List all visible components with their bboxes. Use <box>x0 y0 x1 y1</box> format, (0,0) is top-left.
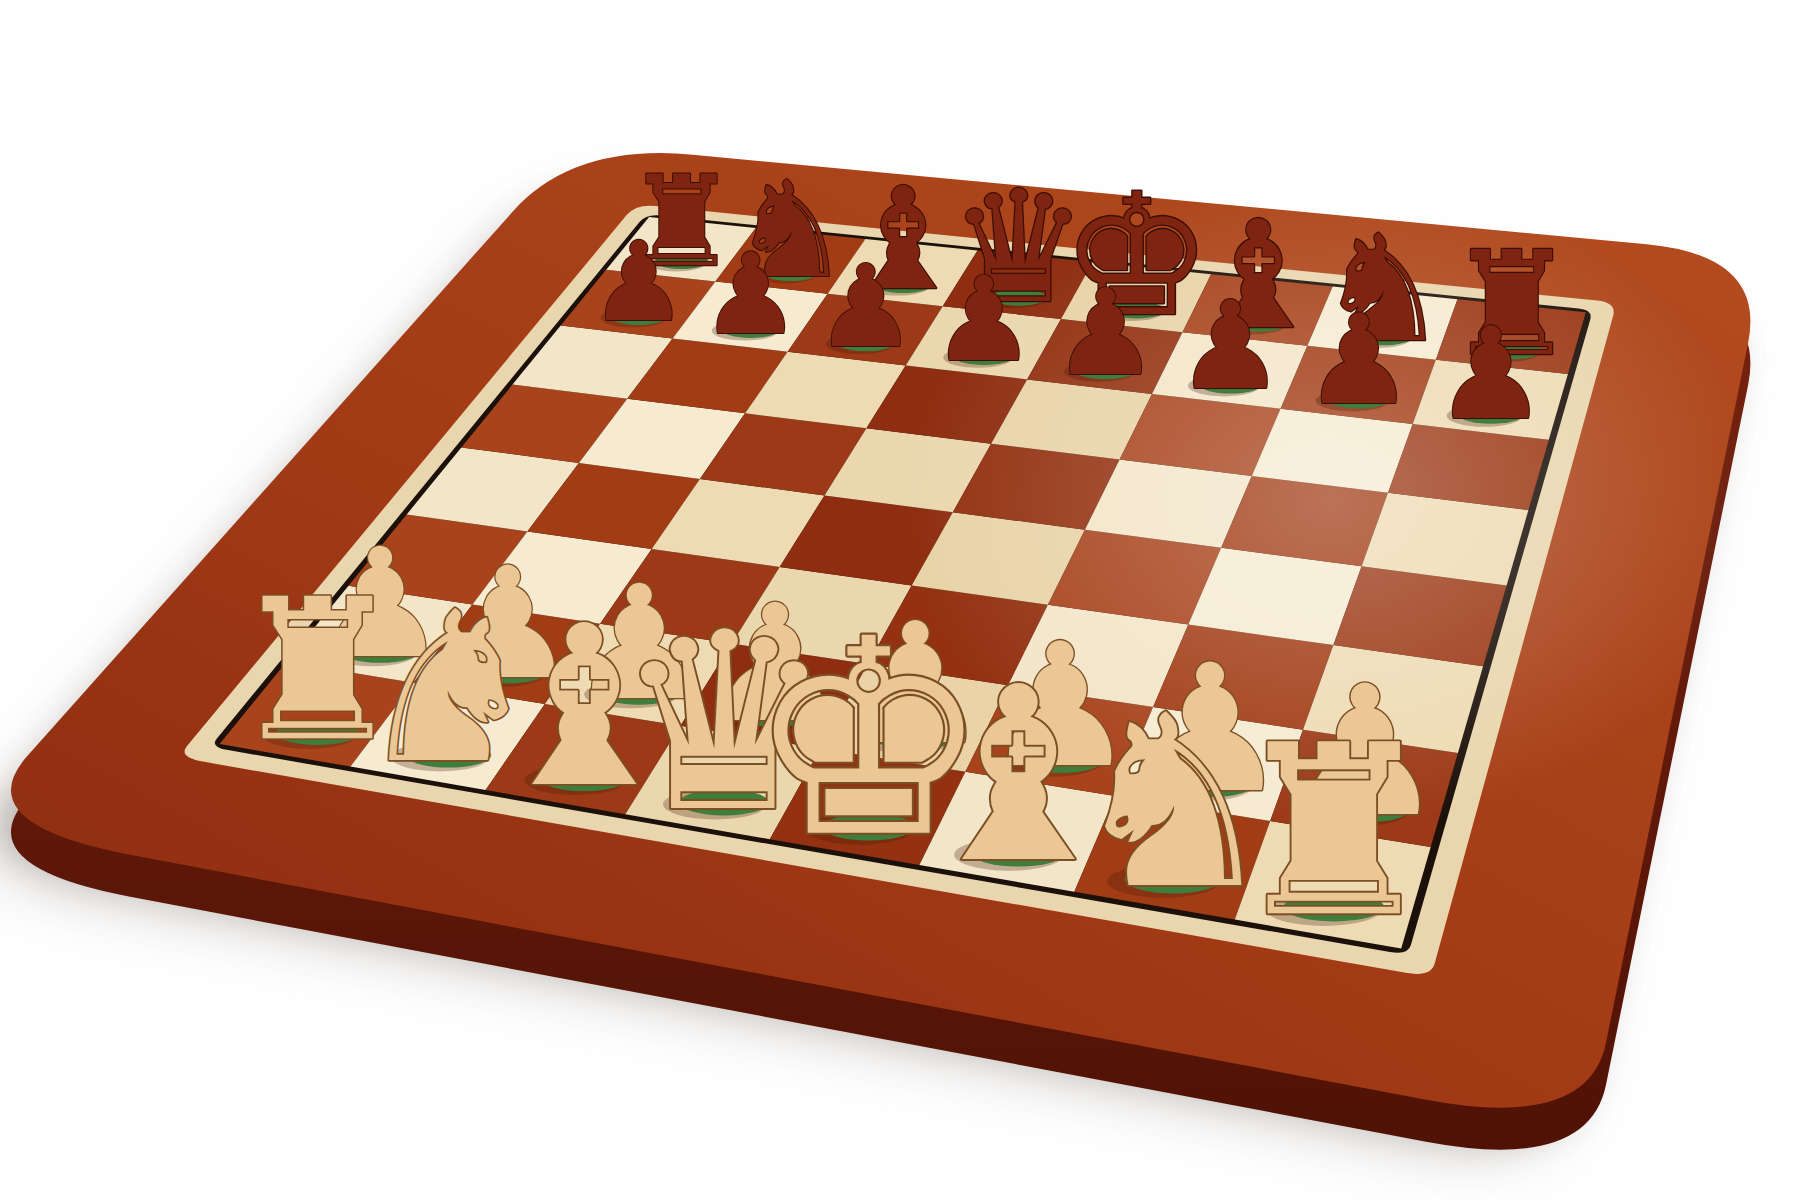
piece-black-pawn-h7: ♟ <box>1434 300 1548 448</box>
piece-black-pawn-e7: ♟ <box>1052 264 1159 402</box>
piece-black-pawn-g7: ♟ <box>1303 288 1414 432</box>
piece-black-pawn-f7: ♟ <box>1176 275 1285 417</box>
piece-white-rook-h1: ♜ <box>1228 695 1439 968</box>
piece-black-pawn-c7: ♟ <box>815 240 917 373</box>
piece-black-pawn-b7: ♟ <box>700 229 800 359</box>
piece-black-pawn-d7: ♟ <box>932 251 1037 388</box>
piece-black-pawn-a7: ♟ <box>589 218 688 346</box>
photo-scene: ♜♞♝♛♚♝♞♜♟♟♟♟♟♟♟♟♟♟♟♟♟♟♟♟♜♞♝♛♚♝♞♜ <box>0 0 1800 1200</box>
chess-board: ♜♞♝♛♚♝♞♜♟♟♟♟♟♟♟♟♟♟♟♟♟♟♟♟♜♞♝♛♚♝♞♜ <box>0 0 1800 1200</box>
